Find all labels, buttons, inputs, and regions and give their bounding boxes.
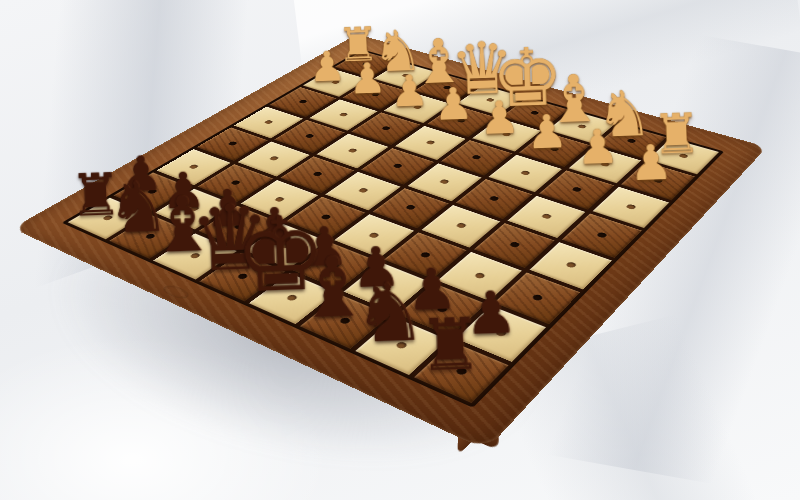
piece-black-rook[interactable]: ♜ [358,307,543,385]
peg-hole [565,262,577,269]
peg-hole [392,163,403,168]
peg-hole [312,171,323,177]
chess-board: ♜♞♝♛♚♝♞♜♟♟♟♟♟♟♟♟♟♟♟♟♟♟♟♟♜♞♝♛♚♝♞♜ [68,51,719,403]
peg-hole [264,120,274,125]
peg-hole [405,205,416,211]
peg-hole [268,156,279,161]
peg-hole [347,148,358,153]
peg-hole [626,204,637,210]
peg-hole [439,179,450,185]
peg-hole [227,141,238,146]
photo-canvas: ♜♞♝♛♚♝♞♜♟♟♟♟♟♟♟♟♟♟♟♟♟♟♟♟♜♞♝♛♚♝♞♜ [0,0,800,500]
peg-hole [541,213,553,219]
peg-hole [305,133,315,138]
piece-white-pawn[interactable]: ♟ [578,135,725,189]
board-scene: ♜♞♝♛♚♝♞♜♟♟♟♟♟♟♟♟♟♟♟♟♟♟♟♟♜♞♝♛♚♝♞♜ [125,0,684,465]
square-h2[interactable]: ♟ [621,162,695,200]
board-well: ♜♞♝♛♚♝♞♜♟♟♟♟♟♟♟♟♟♟♟♟♟♟♟♟♜♞♝♛♚♝♞♜ [62,49,724,408]
peg-hole [596,232,608,239]
peg-hole [489,195,500,201]
peg-hole [455,223,467,229]
peg-hole [509,242,521,249]
square-h8[interactable]: ♜ [414,342,508,403]
peg-hole [357,188,368,194]
